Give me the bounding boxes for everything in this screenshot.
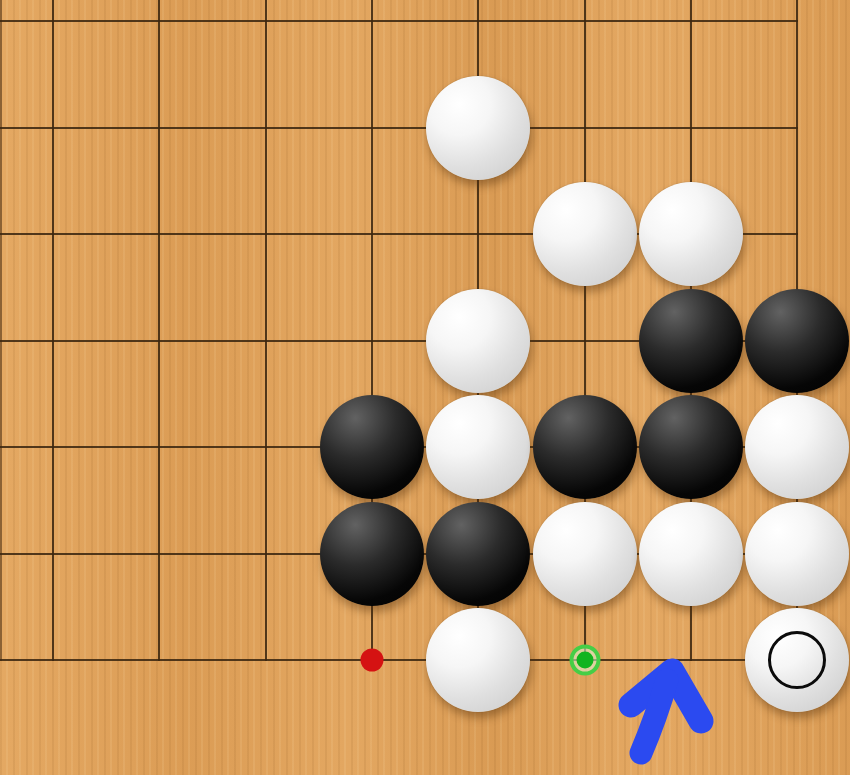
go-board[interactable] bbox=[0, 0, 850, 775]
grid-line-vertical bbox=[52, 0, 54, 661]
green-marker-dot bbox=[576, 652, 593, 669]
grid-line-horizontal bbox=[0, 659, 798, 661]
last-move-circle-annotation bbox=[768, 631, 826, 689]
grid-line-horizontal bbox=[0, 127, 798, 129]
white-stone bbox=[426, 608, 530, 712]
black-stone bbox=[320, 502, 424, 606]
black-stone bbox=[426, 502, 530, 606]
white-stone bbox=[745, 502, 849, 606]
grid-line-horizontal bbox=[0, 20, 798, 22]
white-stone bbox=[426, 395, 530, 499]
black-stone bbox=[320, 395, 424, 499]
green-circle-marker bbox=[569, 645, 600, 676]
grid-line-vertical bbox=[265, 0, 267, 661]
black-stone bbox=[533, 395, 637, 499]
red-dot-marker bbox=[360, 649, 383, 672]
grid-line-vertical bbox=[158, 0, 160, 661]
white-stone bbox=[639, 502, 743, 606]
white-stone bbox=[745, 395, 849, 499]
black-stone bbox=[639, 395, 743, 499]
white-stone bbox=[426, 76, 530, 180]
black-stone bbox=[639, 289, 743, 393]
white-stone bbox=[426, 289, 530, 393]
black-stone bbox=[745, 289, 849, 393]
board-left-crop-edge bbox=[0, 0, 2, 661]
white-stone bbox=[533, 182, 637, 286]
white-stone bbox=[639, 182, 743, 286]
white-stone bbox=[533, 502, 637, 606]
